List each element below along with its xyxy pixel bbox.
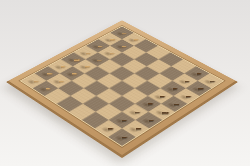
photo-background: ♜♞♝♛♚♝♞♜♟♟♟♟♟♟♟♟♟♟♟♟♟♟♟♟♜♞♝♛♚♝♞♜ (0, 0, 250, 166)
